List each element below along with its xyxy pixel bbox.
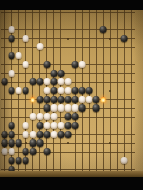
intersection[interactable]	[72, 34, 79, 43]
intersection[interactable]	[57, 69, 64, 78]
intersection[interactable]	[79, 43, 86, 52]
intersection[interactable]	[8, 87, 15, 96]
intersection[interactable]	[36, 148, 43, 157]
intersection[interactable]	[29, 130, 36, 139]
intersection[interactable]	[100, 10, 107, 17]
intersection[interactable]	[8, 43, 15, 52]
intersection[interactable]	[86, 148, 93, 157]
intersection[interactable]	[107, 157, 114, 166]
intersection[interactable]	[100, 130, 107, 139]
intersection[interactable]	[100, 17, 107, 26]
intersection[interactable]	[36, 122, 43, 131]
intersection[interactable]	[29, 34, 36, 43]
intersection[interactable]	[114, 43, 121, 52]
intersection[interactable]	[15, 34, 22, 43]
intersection[interactable]	[43, 60, 50, 69]
intersection[interactable]	[72, 78, 79, 87]
intersection[interactable]	[1, 157, 8, 166]
intersection[interactable]	[128, 122, 135, 131]
intersection[interactable]	[114, 104, 121, 113]
intersection[interactable]	[93, 78, 100, 87]
intersection[interactable]	[8, 10, 15, 17]
intersection[interactable]	[57, 10, 64, 17]
intersection[interactable]	[15, 95, 22, 104]
intersection[interactable]	[36, 25, 43, 34]
intersection[interactable]	[107, 148, 114, 157]
intersection[interactable]	[43, 95, 50, 104]
intersection[interactable]	[128, 130, 135, 139]
intersection[interactable]	[114, 34, 121, 43]
intersection[interactable]	[128, 60, 135, 69]
intersection[interactable]	[128, 139, 135, 148]
intersection[interactable]	[22, 52, 29, 61]
intersection[interactable]	[57, 43, 64, 52]
intersection[interactable]	[43, 130, 50, 139]
intersection[interactable]	[79, 148, 86, 157]
intersection[interactable]	[29, 139, 36, 148]
intersection[interactable]	[1, 34, 8, 43]
intersection[interactable]	[64, 148, 71, 157]
intersection[interactable]	[79, 95, 86, 104]
intersection[interactable]	[36, 34, 43, 43]
intersection[interactable]	[29, 104, 36, 113]
intersection[interactable]	[114, 78, 121, 87]
intersection[interactable]	[128, 69, 135, 78]
intersection[interactable]	[86, 130, 93, 139]
intersection[interactable]	[86, 34, 93, 43]
intersection[interactable]	[79, 60, 86, 69]
intersection[interactable]	[86, 139, 93, 148]
intersection[interactable]	[86, 78, 93, 87]
intersection[interactable]	[36, 69, 43, 78]
intersection[interactable]	[72, 52, 79, 61]
intersection[interactable]	[128, 43, 135, 52]
intersection[interactable]	[121, 10, 128, 17]
intersection[interactable]	[43, 43, 50, 52]
intersection[interactable]	[36, 87, 43, 96]
intersection[interactable]	[64, 139, 71, 148]
intersection[interactable]	[1, 69, 8, 78]
intersection[interactable]	[121, 95, 128, 104]
intersection[interactable]	[15, 104, 22, 113]
intersection[interactable]	[86, 122, 93, 131]
intersection[interactable]	[64, 10, 71, 17]
intersection[interactable]	[121, 25, 128, 34]
intersection[interactable]	[64, 34, 71, 43]
intersection[interactable]	[8, 95, 15, 104]
intersection[interactable]	[114, 60, 121, 69]
intersection[interactable]	[15, 52, 22, 61]
intersection[interactable]	[1, 10, 8, 17]
intersection[interactable]	[107, 95, 114, 104]
intersection[interactable]	[57, 157, 64, 166]
intersection[interactable]	[1, 43, 8, 52]
intersection[interactable]	[114, 157, 121, 166]
intersection[interactable]	[107, 113, 114, 122]
intersection[interactable]	[114, 148, 121, 157]
intersection[interactable]	[128, 25, 135, 34]
intersection[interactable]	[1, 87, 8, 96]
intersection[interactable]	[128, 157, 135, 166]
intersection[interactable]	[100, 25, 107, 34]
intersection[interactable]	[86, 95, 93, 104]
intersection[interactable]	[43, 52, 50, 61]
intersection[interactable]	[64, 104, 71, 113]
intersection[interactable]	[64, 95, 71, 104]
intersection[interactable]	[93, 69, 100, 78]
intersection[interactable]	[128, 17, 135, 26]
intersection[interactable]	[22, 104, 29, 113]
intersection[interactable]	[121, 104, 128, 113]
intersection[interactable]	[100, 148, 107, 157]
intersection[interactable]	[29, 60, 36, 69]
intersection[interactable]	[22, 69, 29, 78]
intersection[interactable]	[36, 130, 43, 139]
intersection[interactable]	[1, 130, 8, 139]
intersection[interactable]	[50, 130, 57, 139]
intersection[interactable]	[29, 10, 36, 17]
intersection[interactable]	[29, 17, 36, 26]
intersection[interactable]	[86, 104, 93, 113]
intersection[interactable]	[50, 139, 57, 148]
intersection[interactable]	[36, 10, 43, 17]
intersection[interactable]	[1, 113, 8, 122]
intersection[interactable]	[64, 60, 71, 69]
intersection[interactable]	[15, 78, 22, 87]
intersection[interactable]	[86, 52, 93, 61]
intersection[interactable]	[43, 157, 50, 166]
intersection[interactable]	[50, 69, 57, 78]
intersection[interactable]	[57, 130, 64, 139]
intersection[interactable]	[8, 60, 15, 69]
intersection[interactable]	[93, 87, 100, 96]
intersection[interactable]	[15, 122, 22, 131]
intersection[interactable]	[22, 43, 29, 52]
intersection[interactable]	[107, 10, 114, 17]
intersection[interactable]	[107, 130, 114, 139]
intersection[interactable]	[100, 34, 107, 43]
intersection[interactable]	[79, 69, 86, 78]
intersection[interactable]	[36, 60, 43, 69]
intersection[interactable]	[8, 25, 15, 34]
intersection[interactable]	[121, 43, 128, 52]
intersection[interactable]	[121, 34, 128, 43]
intersection[interactable]	[100, 157, 107, 166]
intersection[interactable]	[100, 52, 107, 61]
intersection[interactable]	[121, 60, 128, 69]
intersection[interactable]	[107, 104, 114, 113]
intersection[interactable]	[128, 34, 135, 43]
intersection[interactable]	[114, 122, 121, 131]
intersection[interactable]	[50, 87, 57, 96]
intersection[interactable]	[86, 43, 93, 52]
intersection[interactable]	[100, 113, 107, 122]
intersection[interactable]	[121, 52, 128, 61]
intersection[interactable]	[64, 78, 71, 87]
intersection[interactable]	[107, 87, 114, 96]
intersection[interactable]	[43, 25, 50, 34]
intersection[interactable]	[64, 157, 71, 166]
intersection[interactable]	[57, 113, 64, 122]
intersection[interactable]	[121, 122, 128, 131]
intersection[interactable]	[107, 122, 114, 131]
intersection[interactable]	[29, 69, 36, 78]
intersection[interactable]	[57, 60, 64, 69]
intersection[interactable]	[79, 157, 86, 166]
intersection[interactable]	[121, 78, 128, 87]
intersection[interactable]	[43, 10, 50, 17]
intersection[interactable]	[86, 87, 93, 96]
intersection[interactable]	[50, 78, 57, 87]
intersection[interactable]	[22, 78, 29, 87]
intersection[interactable]	[15, 148, 22, 157]
intersection[interactable]	[22, 10, 29, 17]
intersection[interactable]	[8, 139, 15, 148]
intersection[interactable]	[121, 69, 128, 78]
intersection[interactable]	[93, 113, 100, 122]
intersection[interactable]	[43, 148, 50, 157]
intersection[interactable]	[22, 139, 29, 148]
intersection[interactable]	[93, 157, 100, 166]
intersection[interactable]	[1, 95, 8, 104]
intersection[interactable]	[121, 148, 128, 157]
intersection[interactable]	[50, 157, 57, 166]
intersection[interactable]	[128, 78, 135, 87]
intersection[interactable]	[50, 52, 57, 61]
intersection[interactable]	[114, 95, 121, 104]
intersection[interactable]	[15, 139, 22, 148]
intersection[interactable]	[29, 122, 36, 131]
intersection[interactable]	[57, 122, 64, 131]
intersection[interactable]	[114, 139, 121, 148]
intersection[interactable]	[8, 113, 15, 122]
intersection[interactable]	[72, 148, 79, 157]
intersection[interactable]	[72, 60, 79, 69]
intersection[interactable]	[100, 122, 107, 131]
intersection[interactable]	[8, 69, 15, 78]
intersection[interactable]	[121, 17, 128, 26]
intersection[interactable]	[64, 25, 71, 34]
intersection[interactable]	[86, 60, 93, 69]
intersection[interactable]	[43, 69, 50, 78]
intersection[interactable]	[128, 148, 135, 157]
intersection[interactable]	[86, 10, 93, 17]
intersection[interactable]	[43, 139, 50, 148]
intersection[interactable]	[72, 95, 79, 104]
intersection[interactable]	[93, 122, 100, 131]
intersection[interactable]	[72, 10, 79, 17]
intersection[interactable]	[100, 60, 107, 69]
intersection[interactable]	[72, 122, 79, 131]
intersection[interactable]	[29, 78, 36, 87]
intersection[interactable]	[36, 157, 43, 166]
intersection[interactable]	[29, 148, 36, 157]
intersection[interactable]	[79, 78, 86, 87]
intersection[interactable]	[86, 25, 93, 34]
intersection[interactable]	[100, 78, 107, 87]
intersection[interactable]	[22, 113, 29, 122]
intersection[interactable]	[64, 130, 71, 139]
intersection[interactable]	[8, 17, 15, 26]
intersection[interactable]	[29, 113, 36, 122]
intersection[interactable]	[93, 148, 100, 157]
intersection[interactable]	[107, 52, 114, 61]
intersection[interactable]	[79, 139, 86, 148]
intersection[interactable]	[50, 43, 57, 52]
intersection[interactable]	[114, 130, 121, 139]
intersection[interactable]	[15, 130, 22, 139]
intersection[interactable]	[36, 78, 43, 87]
intersection[interactable]	[79, 25, 86, 34]
intersection[interactable]	[43, 78, 50, 87]
intersection[interactable]	[72, 43, 79, 52]
intersection[interactable]	[72, 157, 79, 166]
intersection[interactable]	[57, 17, 64, 26]
intersection[interactable]	[64, 52, 71, 61]
intersection[interactable]	[72, 17, 79, 26]
intersection[interactable]	[22, 95, 29, 104]
intersection[interactable]	[93, 34, 100, 43]
intersection[interactable]	[64, 43, 71, 52]
intersection[interactable]	[114, 113, 121, 122]
intersection[interactable]	[22, 87, 29, 96]
intersection[interactable]	[15, 69, 22, 78]
intersection[interactable]	[57, 25, 64, 34]
intersection[interactable]	[43, 87, 50, 96]
intersection[interactable]	[15, 17, 22, 26]
intersection[interactable]	[8, 52, 15, 61]
intersection[interactable]	[72, 25, 79, 34]
intersection[interactable]	[50, 34, 57, 43]
intersection[interactable]	[93, 104, 100, 113]
intersection[interactable]	[128, 52, 135, 61]
intersection[interactable]	[107, 78, 114, 87]
intersection[interactable]	[36, 52, 43, 61]
intersection[interactable]	[22, 17, 29, 26]
intersection[interactable]	[43, 113, 50, 122]
intersection[interactable]	[22, 34, 29, 43]
intersection[interactable]	[1, 17, 8, 26]
intersection[interactable]	[1, 52, 8, 61]
intersection[interactable]	[114, 69, 121, 78]
intersection[interactable]	[79, 122, 86, 131]
intersection[interactable]	[43, 17, 50, 26]
intersection[interactable]	[93, 52, 100, 61]
intersection[interactable]	[128, 104, 135, 113]
intersection[interactable]	[93, 25, 100, 34]
intersection[interactable]	[79, 17, 86, 26]
intersection[interactable]	[121, 87, 128, 96]
intersection[interactable]	[29, 95, 36, 104]
intersection[interactable]	[1, 122, 8, 131]
intersection[interactable]	[64, 69, 71, 78]
intersection[interactable]	[72, 130, 79, 139]
intersection[interactable]	[1, 60, 8, 69]
intersection[interactable]	[79, 34, 86, 43]
intersection[interactable]	[64, 113, 71, 122]
intersection[interactable]	[50, 148, 57, 157]
intersection[interactable]	[114, 52, 121, 61]
intersection[interactable]	[121, 139, 128, 148]
intersection[interactable]	[50, 122, 57, 131]
intersection[interactable]	[29, 157, 36, 166]
intersection[interactable]	[121, 113, 128, 122]
intersection[interactable]	[107, 25, 114, 34]
intersection[interactable]	[93, 139, 100, 148]
intersection[interactable]	[8, 104, 15, 113]
intersection[interactable]	[22, 25, 29, 34]
intersection[interactable]	[114, 87, 121, 96]
intersection[interactable]	[22, 148, 29, 157]
intersection[interactable]	[36, 113, 43, 122]
intersection[interactable]	[107, 43, 114, 52]
intersection[interactable]	[15, 113, 22, 122]
intersection[interactable]	[86, 157, 93, 166]
intersection[interactable]	[64, 17, 71, 26]
intersection[interactable]	[57, 34, 64, 43]
intersection[interactable]	[50, 17, 57, 26]
intersection[interactable]	[43, 122, 50, 131]
intersection[interactable]	[114, 17, 121, 26]
intersection[interactable]	[29, 87, 36, 96]
intersection[interactable]	[114, 25, 121, 34]
intersection[interactable]	[1, 104, 8, 113]
intersection[interactable]	[36, 17, 43, 26]
intersection[interactable]	[29, 52, 36, 61]
intersection[interactable]	[128, 10, 135, 17]
intersection[interactable]	[50, 10, 57, 17]
intersection[interactable]	[64, 87, 71, 96]
intersection[interactable]	[93, 95, 100, 104]
intersection[interactable]	[8, 78, 15, 87]
intersection[interactable]	[57, 95, 64, 104]
intersection[interactable]	[100, 69, 107, 78]
intersection[interactable]	[86, 69, 93, 78]
intersection[interactable]	[100, 87, 107, 96]
intersection[interactable]	[1, 148, 8, 157]
intersection[interactable]	[36, 139, 43, 148]
intersection[interactable]	[1, 139, 8, 148]
intersection[interactable]	[107, 17, 114, 26]
intersection[interactable]	[79, 52, 86, 61]
intersection[interactable]	[8, 148, 15, 157]
intersection[interactable]	[15, 10, 22, 17]
intersection[interactable]	[22, 60, 29, 69]
intersection[interactable]	[50, 104, 57, 113]
intersection[interactable]	[93, 17, 100, 26]
intersection[interactable]	[107, 34, 114, 43]
intersection[interactable]	[86, 17, 93, 26]
intersection[interactable]	[50, 95, 57, 104]
intersection[interactable]	[29, 43, 36, 52]
intersection[interactable]	[79, 130, 86, 139]
intersection[interactable]	[8, 157, 15, 166]
intersection[interactable]	[100, 95, 107, 104]
intersection[interactable]	[57, 104, 64, 113]
intersection[interactable]	[36, 104, 43, 113]
intersection[interactable]	[57, 139, 64, 148]
intersection[interactable]	[72, 69, 79, 78]
intersection[interactable]	[93, 10, 100, 17]
intersection[interactable]	[72, 87, 79, 96]
intersection[interactable]	[121, 157, 128, 166]
intersection[interactable]	[8, 122, 15, 131]
intersection[interactable]	[15, 25, 22, 34]
intersection[interactable]	[8, 34, 15, 43]
intersection[interactable]	[57, 148, 64, 157]
intersection[interactable]	[57, 52, 64, 61]
intersection[interactable]	[50, 113, 57, 122]
